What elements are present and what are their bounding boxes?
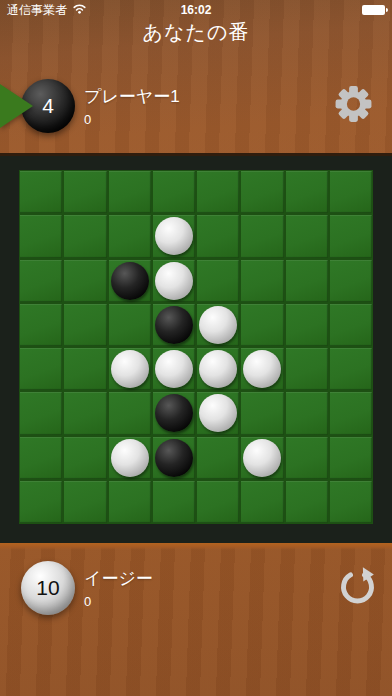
board-cell-d6[interactable] <box>153 392 195 434</box>
board-cell-e8[interactable] <box>197 481 239 523</box>
board-cell-a3[interactable] <box>20 260 62 302</box>
board-cell-f6[interactable] <box>241 392 283 434</box>
board-cell-a6[interactable] <box>20 392 62 434</box>
white-disc <box>155 350 193 388</box>
board-cell-c1[interactable] <box>109 171 151 213</box>
board-cell-h2[interactable] <box>330 215 372 257</box>
board-cell-d5[interactable] <box>153 348 195 390</box>
board-cell-e4[interactable] <box>197 304 239 346</box>
board-cell-f7[interactable] <box>241 437 283 479</box>
battery-full-icon <box>362 5 385 15</box>
board-cell-e7[interactable] <box>197 437 239 479</box>
board-cell-e2[interactable] <box>197 215 239 257</box>
board-cell-h8[interactable] <box>330 481 372 523</box>
board-cell-f1[interactable] <box>241 171 283 213</box>
board-cell-b6[interactable] <box>64 392 106 434</box>
black-disc <box>155 439 193 477</box>
board-cell-f8[interactable] <box>241 481 283 523</box>
white-disc <box>199 350 237 388</box>
black-disc <box>111 262 149 300</box>
page-title: あなたの番 <box>0 19 392 46</box>
status-bar: 通信事業者 16:02 <box>0 0 392 20</box>
board-cell-c7[interactable] <box>109 437 151 479</box>
white-disc <box>199 306 237 344</box>
board-cell-e3[interactable] <box>197 260 239 302</box>
board-cell-g8[interactable] <box>286 481 328 523</box>
board-cell-a2[interactable] <box>20 215 62 257</box>
board-cell-d8[interactable] <box>153 481 195 523</box>
wifi-icon <box>72 3 87 17</box>
board-cell-f3[interactable] <box>241 260 283 302</box>
board-cell-a5[interactable] <box>20 348 62 390</box>
white-player-wins: 0 <box>84 594 153 609</box>
board-cell-g3[interactable] <box>286 260 328 302</box>
gear-icon[interactable] <box>334 85 373 128</box>
white-disc <box>111 439 149 477</box>
board-cell-e5[interactable] <box>197 348 239 390</box>
board-cell-f5[interactable] <box>241 348 283 390</box>
board-cell-c6[interactable] <box>109 392 151 434</box>
player-row-black: 4 プレーヤー1 0 <box>0 78 392 134</box>
white-disc <box>199 394 237 432</box>
white-disc <box>111 350 149 388</box>
board-cell-e1[interactable] <box>197 171 239 213</box>
board-cell-d2[interactable] <box>153 215 195 257</box>
board-cell-f2[interactable] <box>241 215 283 257</box>
board-cell-h5[interactable] <box>330 348 372 390</box>
black-player-wins: 0 <box>84 112 180 127</box>
board-cell-c2[interactable] <box>109 215 151 257</box>
board-cell-c5[interactable] <box>109 348 151 390</box>
board-cell-a8[interactable] <box>20 481 62 523</box>
board-frame <box>0 153 392 543</box>
board-cell-g6[interactable] <box>286 392 328 434</box>
board-cell-g4[interactable] <box>286 304 328 346</box>
board-cell-h3[interactable] <box>330 260 372 302</box>
board-cell-c8[interactable] <box>109 481 151 523</box>
app-screen: 通信事業者 16:02 あなたの番 4 プレーヤー1 0 <box>0 0 392 696</box>
board-cell-d4[interactable] <box>153 304 195 346</box>
board-cell-b3[interactable] <box>64 260 106 302</box>
turn-arrow <box>0 84 33 128</box>
board-cell-b5[interactable] <box>64 348 106 390</box>
board-cell-h7[interactable] <box>330 437 372 479</box>
white-disc <box>243 350 281 388</box>
board-cell-b4[interactable] <box>64 304 106 346</box>
black-disc <box>155 306 193 344</box>
board-cell-g5[interactable] <box>286 348 328 390</box>
board-cell-a1[interactable] <box>20 171 62 213</box>
board-cell-a4[interactable] <box>20 304 62 346</box>
board-cell-h4[interactable] <box>330 304 372 346</box>
board-cell-c4[interactable] <box>109 304 151 346</box>
board-cell-h6[interactable] <box>330 392 372 434</box>
board-cell-g7[interactable] <box>286 437 328 479</box>
white-disc <box>243 439 281 477</box>
board-cell-b7[interactable] <box>64 437 106 479</box>
black-player-name: プレーヤー1 <box>84 85 180 108</box>
board-cell-b1[interactable] <box>64 171 106 213</box>
clock: 16:02 <box>181 3 212 17</box>
board-cell-b8[interactable] <box>64 481 106 523</box>
board-grid <box>19 170 373 524</box>
white-disc <box>155 262 193 300</box>
board-cell-g2[interactable] <box>286 215 328 257</box>
board-cell-h1[interactable] <box>330 171 372 213</box>
board-cell-c3[interactable] <box>109 260 151 302</box>
white-disc-count: 10 <box>36 576 59 600</box>
restart-icon[interactable] <box>336 564 379 612</box>
black-disc-count: 4 <box>42 94 54 118</box>
board-cell-e6[interactable] <box>197 392 239 434</box>
board-cell-d7[interactable] <box>153 437 195 479</box>
board-cell-a7[interactable] <box>20 437 62 479</box>
carrier-label: 通信事業者 <box>7 2 67 19</box>
player-row-white: 10 イージー 0 <box>0 560 392 616</box>
black-disc <box>155 394 193 432</box>
white-player-name: イージー <box>84 567 153 590</box>
wood-highlight-strip <box>0 543 392 550</box>
board-cell-f4[interactable] <box>241 304 283 346</box>
board-cell-d1[interactable] <box>153 171 195 213</box>
white-disc <box>155 217 193 255</box>
board-cell-g1[interactable] <box>286 171 328 213</box>
board-cell-d3[interactable] <box>153 260 195 302</box>
board-cell-b2[interactable] <box>64 215 106 257</box>
white-score-sphere: 10 <box>21 561 75 615</box>
